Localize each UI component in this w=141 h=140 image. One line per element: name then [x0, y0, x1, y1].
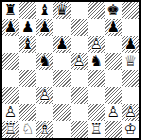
piece-black-bishop[interactable]: ♝: [21, 37, 34, 52]
square-h7[interactable]: [122, 19, 139, 36]
square-d4[interactable]: [53, 70, 70, 87]
square-e4[interactable]: [71, 70, 88, 87]
square-d6[interactable]: ♟: [53, 36, 70, 53]
square-c6[interactable]: [36, 36, 53, 53]
square-e5[interactable]: ♟♙: [71, 53, 88, 70]
square-h8[interactable]: [122, 2, 139, 19]
square-b7[interactable]: ♟: [19, 19, 36, 36]
square-g5[interactable]: [105, 53, 122, 70]
piece-white-pawn[interactable]: ♙: [72, 54, 85, 69]
piece-black-pawn[interactable]: ♟: [4, 20, 17, 35]
square-c2[interactable]: [36, 104, 53, 121]
piece-black-pawn[interactable]: ♟: [21, 20, 34, 35]
square-g8[interactable]: ♚: [105, 2, 122, 19]
square-f7[interactable]: [88, 19, 105, 36]
square-b5[interactable]: [19, 53, 36, 70]
piece-black-pawn[interactable]: ♟: [124, 37, 137, 52]
square-d8[interactable]: ♛: [53, 2, 70, 19]
piece-black-bishop[interactable]: ♝: [38, 3, 51, 18]
square-a6[interactable]: [2, 36, 19, 53]
piece-black-king[interactable]: ♚: [107, 3, 120, 18]
square-h6[interactable]: ♟: [122, 36, 139, 53]
piece-white-pawn[interactable]: ♙: [124, 105, 137, 120]
piece-white-pawn[interactable]: ♙: [38, 88, 51, 103]
square-h1[interactable]: ♚♔: [122, 121, 139, 138]
square-g6[interactable]: [105, 36, 122, 53]
square-b2[interactable]: [19, 104, 36, 121]
square-g2[interactable]: ♟♙: [105, 104, 122, 121]
square-f2[interactable]: [88, 104, 105, 121]
square-f1[interactable]: ♜♖: [88, 121, 105, 138]
square-c7[interactable]: ♟: [36, 19, 53, 36]
square-a4[interactable]: [2, 70, 19, 87]
piece-white-pawn[interactable]: ♙: [89, 37, 102, 52]
square-d3[interactable]: [53, 87, 70, 104]
chess-board: ♜♝♛♚♟♟♟♟♝♟♟♙♟♞♟♙♞♛♕♟♙♟♙♟♙♟♙♜♖♞♘♝♗♜♖♚♔: [0, 0, 141, 140]
square-b6[interactable]: ♝: [19, 36, 36, 53]
piece-white-bishop[interactable]: ♗: [38, 122, 51, 137]
square-d2[interactable]: [53, 104, 70, 121]
piece-white-pawn[interactable]: ♙: [107, 105, 120, 120]
square-g7[interactable]: ♟: [105, 19, 122, 36]
square-c8[interactable]: ♝: [36, 2, 53, 19]
square-h4[interactable]: [122, 70, 139, 87]
square-a7[interactable]: ♟: [2, 19, 19, 36]
square-b8[interactable]: [19, 2, 36, 19]
square-g1[interactable]: [105, 121, 122, 138]
piece-black-pawn[interactable]: ♟: [107, 20, 120, 35]
piece-white-queen[interactable]: ♕: [124, 54, 137, 69]
square-c1[interactable]: ♝♗: [36, 121, 53, 138]
square-h5[interactable]: ♛♕: [122, 53, 139, 70]
square-g3[interactable]: [105, 87, 122, 104]
square-e3[interactable]: [71, 87, 88, 104]
square-f6[interactable]: ♟♙: [88, 36, 105, 53]
square-h2[interactable]: ♟♙: [122, 104, 139, 121]
square-g4[interactable]: [105, 70, 122, 87]
square-a3[interactable]: [2, 87, 19, 104]
square-f8[interactable]: [88, 2, 105, 19]
piece-white-rook[interactable]: ♖: [4, 122, 17, 137]
square-a8[interactable]: ♜: [2, 2, 19, 19]
square-d5[interactable]: [53, 53, 70, 70]
square-a1[interactable]: ♜♖: [2, 121, 19, 138]
piece-white-pawn[interactable]: ♙: [4, 105, 17, 120]
square-e1[interactable]: [71, 121, 88, 138]
square-b1[interactable]: ♞♘: [19, 121, 36, 138]
square-f4[interactable]: [88, 70, 105, 87]
square-c4[interactable]: [36, 70, 53, 87]
piece-black-knight[interactable]: ♞: [89, 54, 102, 69]
square-a2[interactable]: ♟♙: [2, 104, 19, 121]
square-d7[interactable]: [53, 19, 70, 36]
square-c3[interactable]: ♟♙: [36, 87, 53, 104]
square-e6[interactable]: [71, 36, 88, 53]
piece-black-rook[interactable]: ♜: [4, 3, 17, 18]
square-b3[interactable]: [19, 87, 36, 104]
square-h3[interactable]: [122, 87, 139, 104]
piece-black-pawn[interactable]: ♟: [55, 37, 68, 52]
piece-black-pawn[interactable]: ♟: [38, 20, 51, 35]
square-b4[interactable]: [19, 70, 36, 87]
square-a5[interactable]: [2, 53, 19, 70]
square-f3[interactable]: [88, 87, 105, 104]
piece-white-king[interactable]: ♔: [124, 122, 137, 137]
square-e2[interactable]: [71, 104, 88, 121]
piece-white-knight[interactable]: ♘: [21, 122, 34, 137]
square-e7[interactable]: [71, 19, 88, 36]
square-d1[interactable]: [53, 121, 70, 138]
piece-black-knight[interactable]: ♞: [38, 54, 51, 69]
piece-black-queen[interactable]: ♛: [55, 3, 68, 18]
square-f5[interactable]: ♞: [88, 53, 105, 70]
square-c5[interactable]: ♞: [36, 53, 53, 70]
piece-white-rook[interactable]: ♖: [89, 122, 102, 137]
square-e8[interactable]: [71, 2, 88, 19]
